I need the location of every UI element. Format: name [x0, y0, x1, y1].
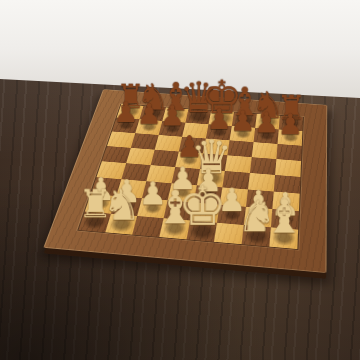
photo-scene: ♜♞♝♛♚♝♞♜♟♟♟♟♟♟♟♟♛♟♟♟♟♟♟♟♟♜♞♝♚♞♝: [0, 0, 360, 360]
bishop-glyph: ♝: [263, 189, 304, 243]
king-glyph: ♚: [177, 174, 226, 237]
square-h5: [275, 159, 301, 177]
square-g5: [250, 157, 276, 175]
knight-glyph: ♞: [102, 179, 141, 229]
